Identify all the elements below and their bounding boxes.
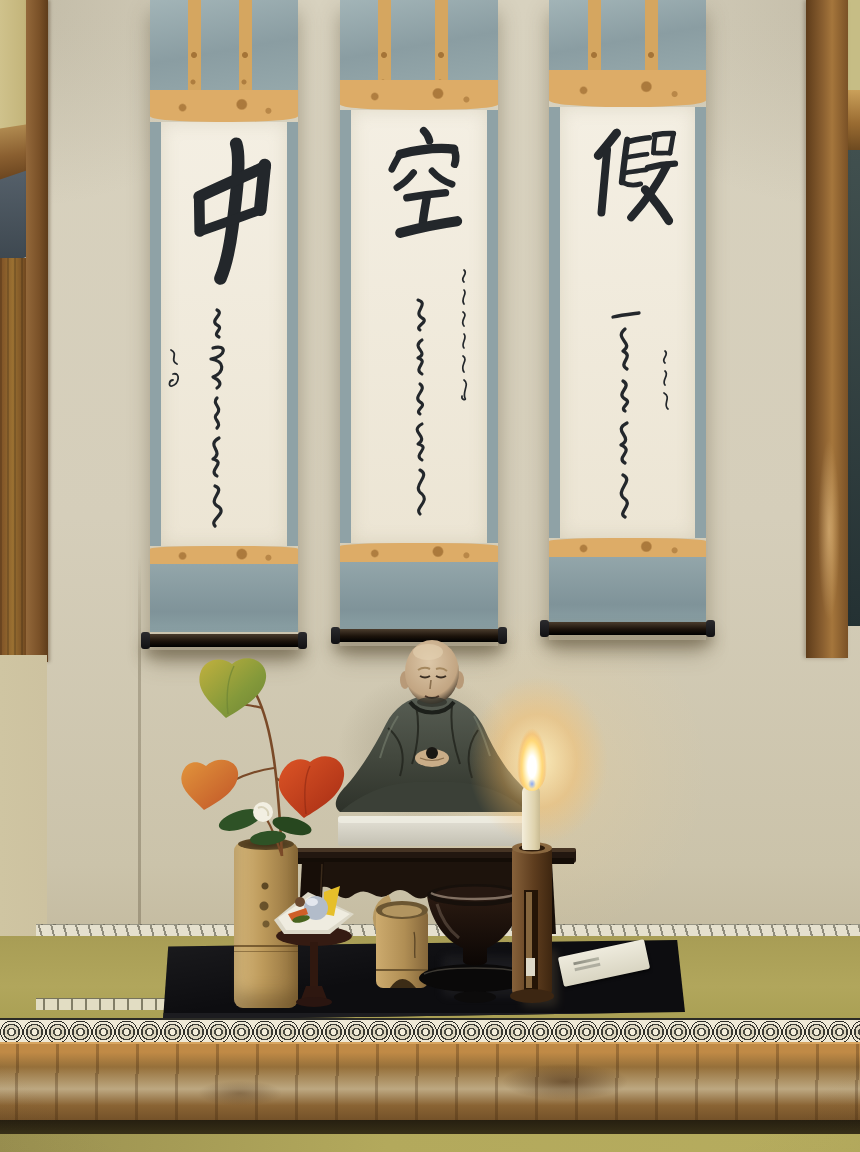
scroll-right [549,0,706,640]
futai-strip [435,0,448,86]
dish-stand [276,926,352,1007]
left-lower-wall [0,655,47,940]
scroll-right-lower-band [549,538,706,557]
scroll-left-paper [150,122,298,546]
scroll-left-lower-band [150,546,298,564]
inscription-right [654,347,676,413]
autumn-leaves [181,658,344,818]
scroll-left-paper-core [161,122,287,546]
scroll-center-lower-band [340,543,498,562]
inscription-strokes [462,270,466,400]
scroll-left-roller-rod [143,634,305,647]
vase-inscription-marks [258,876,272,936]
candle [522,786,540,850]
cursive-phrase-strokes [613,313,639,517]
futai-strip [188,0,201,96]
scroll-left-upper-band [150,90,298,122]
cursive-phrase-strokes [211,310,223,526]
tatami-heri-medallion [0,1018,860,1045]
right-pillar-highlight [818,440,840,620]
inscription-center [452,266,476,406]
offering-dish [272,874,356,1014]
statue-head [400,640,464,707]
phrase-column-center [400,296,442,518]
room-tatami [0,1134,860,1152]
scroll-right-lower-mount [549,557,706,625]
flower-arrangement [170,648,362,860]
scroll-center-lower-mount [340,562,498,630]
right-adjacent-wall [846,0,860,96]
ke-strokes [595,130,677,221]
scroll-right-roller-rod [542,622,713,635]
calligraphy-ku-character [367,124,487,258]
left-wood-panel [0,258,28,660]
calligraphy-ke-character [567,112,701,245]
scroll-left [150,0,298,650]
candlestick-body [510,842,554,1003]
scroll-right-upper-band [549,70,706,107]
phrase-column-left [192,304,240,536]
ku-strokes [392,131,457,233]
alcove-left-corner [138,556,141,938]
scroll-center-upper-mount [340,0,498,80]
scroll-center [340,0,498,646]
scroll-left-lower-mount [150,564,298,632]
scroll-right-upper-mount [549,0,706,70]
toko-gamachi-beam [0,1042,860,1126]
scroll-center-paper [340,110,498,543]
scroll-right-paper [549,107,706,538]
left-dark-slope [0,170,28,266]
cursive-phrase-strokes [417,300,424,514]
scroll-center-paper-core [351,110,487,543]
futai-strip [645,0,658,78]
futai-strip [378,0,391,86]
inscription-strokes [664,351,668,409]
chu-strokes [194,142,273,280]
left-adjacent-wall [0,0,28,136]
calligraphy-chu-character [168,126,295,290]
scroll-center-upper-band [340,80,498,110]
left-pillar [26,0,48,662]
scroll-right-paper-core [560,107,695,538]
tokonoma-scene: 中結果自然成不白 空本来自清浄六十翁書 假一花五葉開祖峰人 Japanese t… [0,0,860,1152]
signature-left [163,344,185,396]
futai-strip [588,0,601,78]
signature-strokes [169,350,178,386]
bamboo-candlestick [504,838,560,1006]
phrase-column-right [601,307,651,521]
futai-strip [239,0,252,96]
scroll-left-upper-mount [150,0,298,90]
